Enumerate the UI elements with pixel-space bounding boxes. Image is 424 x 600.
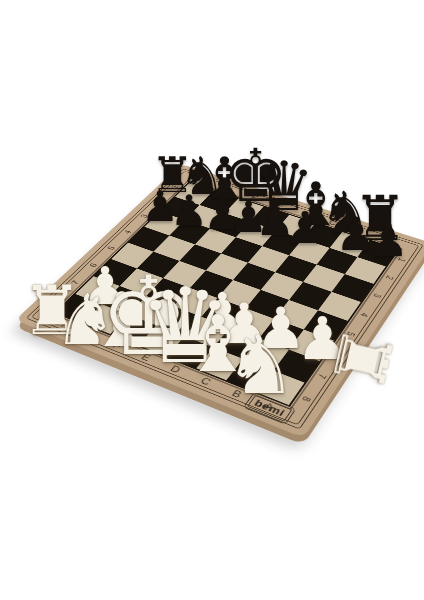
white-rook-tipped: ♜ [320,317,404,401]
black-pawn: ♟ [365,217,411,263]
product-photo-stage: HGFEDCBA HGFEDCBA 12345678 12345678 bemi… [0,0,424,600]
black-pawn: ♟ [283,206,327,250]
white-knight: ♞ [220,325,301,406]
pieces-layer: ♜♞♝♚♛♝♞♜♟♟♟♟♟♟♟♟♟♜♞♝♚♟♛♟♝♟♟♞♜ [0,0,424,600]
